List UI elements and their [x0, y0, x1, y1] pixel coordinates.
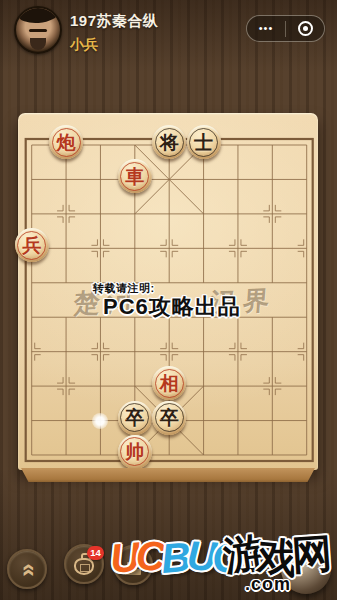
- expand-button[interactable]: »: [7, 549, 47, 589]
- piece-red-chariot[interactable]: 車: [118, 159, 152, 193]
- piece-red-general[interactable]: 帅: [118, 435, 152, 469]
- more-icon[interactable]: •••: [247, 16, 285, 41]
- piece-black-soldier[interactable]: 卒: [152, 401, 186, 435]
- piece-black-soldier[interactable]: 卒: [118, 401, 152, 435]
- avatar-hair: [17, 6, 58, 24]
- piece-glyph: 帅: [125, 442, 144, 461]
- ucbug-logo: UCBUG: [110, 536, 240, 577]
- logo-letter: U: [108, 537, 137, 580]
- player-rank: 小兵: [70, 36, 159, 54]
- move-origin-marker: [92, 413, 108, 429]
- ucbug-logo-com: .com: [245, 574, 291, 595]
- close-icon[interactable]: [286, 21, 324, 36]
- logo-letter: B: [160, 537, 189, 580]
- piece-glyph: 炮: [57, 133, 76, 152]
- piece-red-soldier[interactable]: 兵: [15, 228, 49, 262]
- logo-cn-char: 戏: [256, 536, 293, 579]
- piece-black-general[interactable]: 将: [152, 125, 186, 159]
- title-block: 197苏秦合纵 小兵: [70, 12, 159, 54]
- screen: 197苏秦合纵 小兵 ••• 楚河 汉界 炮将士車兵相卒卒帅 转载请注明: PC…: [0, 0, 337, 600]
- piece-black-advisor[interactable]: 士: [187, 125, 221, 159]
- money-bag-icon: [74, 558, 94, 575]
- logo-letter: U: [186, 535, 214, 577]
- avatar[interactable]: [14, 6, 62, 54]
- piece-red-cannon[interactable]: 炮: [49, 125, 83, 159]
- avatar-eyes: [29, 29, 47, 32]
- piece-glyph: 士: [194, 133, 213, 152]
- logo-cn-char: 游: [221, 532, 260, 576]
- piece-glyph: 将: [160, 133, 179, 152]
- piece-glyph: 相: [160, 374, 179, 393]
- board-edge: [18, 468, 318, 482]
- rewards-badge: 14: [87, 546, 104, 560]
- wechat-capsule: •••: [246, 15, 325, 42]
- piece-glyph: 車: [125, 167, 144, 186]
- piece-glyph: 卒: [160, 408, 179, 427]
- logo-letter: C: [135, 535, 163, 577]
- piece-glyph: 兵: [22, 236, 41, 255]
- logo-cn-char: 网: [291, 533, 328, 575]
- piece-glyph: 卒: [125, 408, 144, 427]
- ucbug-logo-cn: 游戏网: [224, 534, 326, 574]
- chevron-up-icon: »: [15, 563, 39, 576]
- level-title: 197苏秦合纵: [70, 12, 159, 31]
- avatar-beard: [30, 38, 46, 50]
